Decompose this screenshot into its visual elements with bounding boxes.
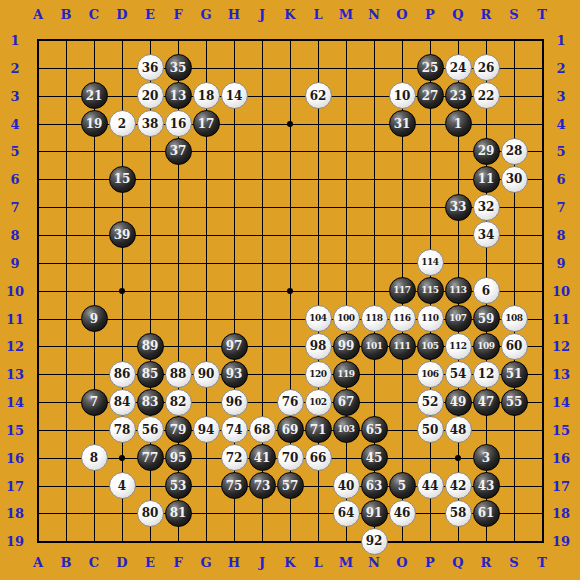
white-stone-64: 64: [333, 500, 360, 527]
black-stone-17: 17: [193, 110, 220, 137]
white-stone-104: 104: [305, 305, 332, 332]
white-stone-98: 98: [305, 333, 332, 360]
white-stone-76: 76: [277, 389, 304, 416]
column-label-bottom: R: [481, 555, 492, 570]
row-label-right: 6: [556, 172, 565, 187]
black-stone-47: 47: [473, 389, 500, 416]
black-stone-115: 115: [417, 277, 444, 304]
column-label-top: T: [537, 7, 547, 22]
column-label-top: F: [173, 7, 182, 22]
white-stone-72: 72: [221, 444, 248, 471]
black-stone-107: 107: [445, 305, 472, 332]
black-stone-77: 77: [137, 444, 164, 471]
column-label-bottom: O: [396, 555, 407, 570]
black-stone-91: 91: [361, 500, 388, 527]
black-stone-49: 49: [445, 389, 472, 416]
black-stone-89: 89: [137, 333, 164, 360]
white-stone-78: 78: [109, 416, 136, 443]
row-label-right: 14: [552, 395, 570, 410]
white-stone-54: 54: [445, 361, 472, 388]
black-stone-25: 25: [417, 54, 444, 81]
black-stone-69: 69: [277, 416, 304, 443]
column-label-top: A: [33, 7, 43, 22]
black-stone-19: 19: [81, 110, 108, 137]
white-stone-2: 2: [109, 110, 136, 137]
white-stone-30: 30: [501, 166, 528, 193]
row-label-left: 13: [6, 367, 24, 382]
row-label-left: 8: [10, 228, 19, 243]
row-label-right: 11: [552, 312, 570, 327]
column-label-top: J: [259, 7, 265, 22]
star-point: [455, 455, 461, 461]
row-label-right: 5: [556, 144, 565, 159]
black-stone-39: 39: [109, 221, 136, 248]
row-label-left: 10: [6, 284, 24, 299]
black-stone-73: 73: [249, 472, 276, 499]
row-label-left: 4: [10, 117, 19, 132]
column-label-top: R: [481, 7, 492, 22]
white-stone-52: 52: [417, 389, 444, 416]
black-stone-103: 103: [333, 416, 360, 443]
black-stone-105: 105: [417, 333, 444, 360]
white-stone-24: 24: [445, 54, 472, 81]
black-stone-67: 67: [333, 389, 360, 416]
black-stone-59: 59: [473, 305, 500, 332]
row-label-right: 15: [552, 423, 570, 438]
column-label-top: C: [89, 7, 99, 22]
column-label-bottom: K: [284, 555, 295, 570]
row-label-left: 19: [6, 534, 24, 549]
white-stone-68: 68: [249, 416, 276, 443]
black-stone-43: 43: [473, 472, 500, 499]
row-label-left: 9: [10, 256, 19, 271]
white-stone-96: 96: [221, 389, 248, 416]
black-stone-29: 29: [473, 138, 500, 165]
row-label-right: 13: [552, 367, 570, 382]
row-label-right: 4: [556, 117, 565, 132]
black-stone-83: 83: [137, 389, 164, 416]
white-stone-42: 42: [445, 472, 472, 499]
column-label-bottom: Q: [452, 555, 463, 570]
white-stone-114: 114: [417, 249, 444, 276]
white-stone-44: 44: [417, 472, 444, 499]
black-stone-55: 55: [501, 389, 528, 416]
black-stone-41: 41: [249, 444, 276, 471]
black-stone-95: 95: [165, 444, 192, 471]
black-stone-119: 119: [333, 361, 360, 388]
white-stone-56: 56: [137, 416, 164, 443]
row-label-right: 10: [552, 284, 570, 299]
white-stone-26: 26: [473, 54, 500, 81]
white-stone-58: 58: [445, 500, 472, 527]
white-stone-10: 10: [389, 82, 416, 109]
black-stone-71: 71: [305, 416, 332, 443]
row-label-left: 1: [10, 33, 19, 48]
black-stone-63: 63: [361, 472, 388, 499]
row-label-left: 17: [6, 479, 24, 494]
white-stone-12: 12: [473, 361, 500, 388]
white-stone-70: 70: [277, 444, 304, 471]
white-stone-32: 32: [473, 194, 500, 221]
white-stone-22: 22: [473, 82, 500, 109]
column-label-bottom: N: [368, 555, 380, 570]
row-label-right: 9: [556, 256, 565, 271]
column-label-bottom: L: [313, 555, 322, 570]
white-stone-16: 16: [165, 110, 192, 137]
go-board: AABBCCDDEEFFGGHHJJKKLLMMNNOOPPQQRRSSTT11…: [0, 0, 580, 580]
white-stone-88: 88: [165, 361, 192, 388]
row-label-left: 7: [10, 200, 19, 215]
column-label-top: H: [228, 7, 240, 22]
black-stone-109: 109: [473, 333, 500, 360]
black-stone-65: 65: [361, 416, 388, 443]
column-label-bottom: F: [173, 555, 182, 570]
row-label-left: 12: [6, 339, 24, 354]
column-label-bottom: D: [116, 555, 127, 570]
white-stone-36: 36: [137, 54, 164, 81]
row-label-right: 7: [556, 200, 565, 215]
black-stone-31: 31: [389, 110, 416, 137]
column-label-top: O: [396, 7, 407, 22]
white-stone-20: 20: [137, 82, 164, 109]
row-label-right: 19: [552, 534, 570, 549]
black-stone-75: 75: [221, 472, 248, 499]
black-stone-1: 1: [445, 110, 472, 137]
white-stone-106: 106: [417, 361, 444, 388]
column-label-bottom: H: [228, 555, 240, 570]
row-label-left: 11: [6, 312, 24, 327]
black-stone-81: 81: [165, 500, 192, 527]
white-stone-118: 118: [361, 305, 388, 332]
white-stone-48: 48: [445, 416, 472, 443]
white-stone-34: 34: [473, 221, 500, 248]
white-stone-28: 28: [501, 138, 528, 165]
white-stone-14: 14: [221, 82, 248, 109]
row-label-left: 3: [10, 89, 19, 104]
row-label-left: 5: [10, 144, 19, 159]
black-stone-111: 111: [389, 333, 416, 360]
row-label-left: 6: [10, 172, 19, 187]
column-label-bottom: M: [339, 555, 353, 570]
black-stone-15: 15: [109, 166, 136, 193]
black-stone-85: 85: [137, 361, 164, 388]
column-label-top: L: [313, 7, 322, 22]
column-label-bottom: J: [259, 555, 265, 570]
row-label-right: 16: [552, 451, 570, 466]
white-stone-116: 116: [389, 305, 416, 332]
column-label-top: M: [339, 7, 353, 22]
row-label-left: 2: [10, 61, 19, 76]
go-game-record-diagram: AABBCCDDEEFFGGHHJJKKLLMMNNOOPPQQRRSSTT11…: [0, 0, 580, 580]
white-stone-100: 100: [333, 305, 360, 332]
column-label-top: P: [425, 7, 435, 22]
black-stone-117: 117: [389, 277, 416, 304]
row-label-right: 2: [556, 61, 565, 76]
star-point: [119, 455, 125, 461]
column-label-bottom: S: [509, 555, 518, 570]
white-stone-60: 60: [501, 333, 528, 360]
white-stone-108: 108: [501, 305, 528, 332]
black-stone-35: 35: [165, 54, 192, 81]
white-stone-6: 6: [473, 277, 500, 304]
white-stone-82: 82: [165, 389, 192, 416]
white-stone-92: 92: [361, 528, 388, 555]
black-stone-21: 21: [81, 82, 108, 109]
white-stone-38: 38: [137, 110, 164, 137]
star-point: [287, 288, 293, 294]
black-stone-61: 61: [473, 500, 500, 527]
column-label-top: D: [116, 7, 127, 22]
column-label-top: Q: [452, 7, 463, 22]
row-label-right: 8: [556, 228, 565, 243]
white-stone-110: 110: [417, 305, 444, 332]
white-stone-66: 66: [305, 444, 332, 471]
white-stone-40: 40: [333, 472, 360, 499]
white-stone-120: 120: [305, 361, 332, 388]
black-stone-33: 33: [445, 194, 472, 221]
black-stone-37: 37: [165, 138, 192, 165]
row-label-left: 18: [6, 506, 24, 521]
column-label-bottom: P: [425, 555, 435, 570]
row-label-right: 12: [552, 339, 570, 354]
column-label-bottom: T: [537, 555, 547, 570]
black-stone-23: 23: [445, 82, 472, 109]
black-stone-27: 27: [417, 82, 444, 109]
black-stone-113: 113: [445, 277, 472, 304]
white-stone-90: 90: [193, 361, 220, 388]
black-stone-99: 99: [333, 333, 360, 360]
black-stone-11: 11: [473, 166, 500, 193]
star-point: [119, 288, 125, 294]
black-stone-53: 53: [165, 472, 192, 499]
column-label-bottom: C: [89, 555, 99, 570]
black-stone-7: 7: [81, 389, 108, 416]
black-stone-45: 45: [361, 444, 388, 471]
black-stone-5: 5: [389, 472, 416, 499]
column-label-bottom: E: [145, 555, 155, 570]
row-label-right: 3: [556, 89, 565, 104]
white-stone-50: 50: [417, 416, 444, 443]
star-point: [287, 121, 293, 127]
row-label-right: 18: [552, 506, 570, 521]
column-label-bottom: G: [200, 555, 211, 570]
white-stone-94: 94: [193, 416, 220, 443]
black-stone-101: 101: [361, 333, 388, 360]
black-stone-97: 97: [221, 333, 248, 360]
row-label-right: 1: [556, 33, 565, 48]
white-stone-80: 80: [137, 500, 164, 527]
white-stone-8: 8: [81, 444, 108, 471]
column-label-top: K: [284, 7, 295, 22]
black-stone-13: 13: [165, 82, 192, 109]
white-stone-46: 46: [389, 500, 416, 527]
white-stone-84: 84: [109, 389, 136, 416]
black-stone-57: 57: [277, 472, 304, 499]
black-stone-9: 9: [81, 305, 108, 332]
white-stone-18: 18: [193, 82, 220, 109]
row-label-left: 14: [6, 395, 24, 410]
black-stone-3: 3: [473, 444, 500, 471]
white-stone-74: 74: [221, 416, 248, 443]
white-stone-86: 86: [109, 361, 136, 388]
white-stone-112: 112: [445, 333, 472, 360]
black-stone-79: 79: [165, 416, 192, 443]
white-stone-102: 102: [305, 389, 332, 416]
column-label-top: B: [61, 7, 72, 22]
row-label-left: 16: [6, 451, 24, 466]
column-label-bottom: A: [33, 555, 43, 570]
black-stone-93: 93: [221, 361, 248, 388]
white-stone-62: 62: [305, 82, 332, 109]
column-label-top: N: [368, 7, 380, 22]
white-stone-4: 4: [109, 472, 136, 499]
row-label-right: 17: [552, 479, 570, 494]
column-label-top: E: [145, 7, 155, 22]
black-stone-51: 51: [501, 361, 528, 388]
column-label-top: G: [200, 7, 211, 22]
column-label-bottom: B: [61, 555, 72, 570]
row-label-left: 15: [6, 423, 24, 438]
column-label-top: S: [509, 7, 518, 22]
